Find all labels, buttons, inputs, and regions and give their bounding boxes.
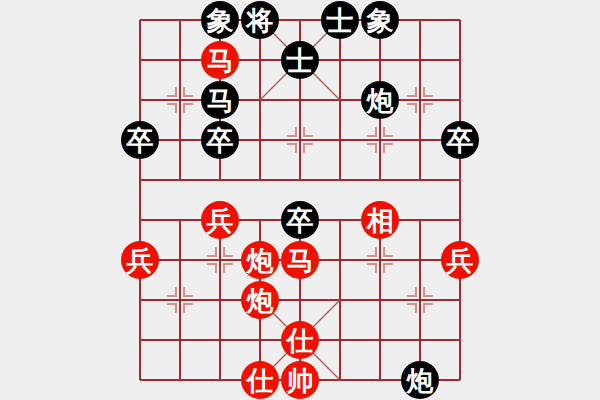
red-advisor-piece[interactable]: 仕 [281,321,319,359]
black-general-piece[interactable]: 将 [241,1,279,39]
black-elephant-piece[interactable]: 象 [361,1,399,39]
black-soldier-piece[interactable]: 卒 [121,121,159,159]
red-advisor-piece[interactable]: 仕 [241,361,279,399]
screenshot-root: { "game": "xiangqi", "board": { "files":… [0,0,600,400]
red-cannon-piece[interactable]: 炮 [241,281,279,319]
red-general-piece[interactable]: 帅 [281,361,319,399]
black-advisor-piece[interactable]: 士 [281,41,319,79]
black-elephant-piece[interactable]: 象 [201,1,239,39]
black-soldier-piece[interactable]: 卒 [281,201,319,239]
black-soldier-piece[interactable]: 卒 [201,121,239,159]
pieces-layer: 象将士象马士马炮卒卒卒兵卒相兵炮马兵炮仕仕帅炮 [120,0,480,400]
red-horse-piece[interactable]: 马 [281,241,319,279]
black-advisor-piece[interactable]: 士 [321,1,359,39]
xiangqi-board[interactable]: 象将士象马士马炮卒卒卒兵卒相兵炮马兵炮仕仕帅炮 [0,0,600,400]
red-horse-piece[interactable]: 马 [201,41,239,79]
red-soldier-piece[interactable]: 兵 [441,241,479,279]
black-cannon-piece[interactable]: 炮 [401,361,439,399]
red-soldier-piece[interactable]: 兵 [121,241,159,279]
black-cannon-piece[interactable]: 炮 [361,81,399,119]
black-soldier-piece[interactable]: 卒 [441,121,479,159]
red-elephant-piece[interactable]: 相 [361,201,399,239]
black-horse-piece[interactable]: 马 [201,81,239,119]
red-soldier-piece[interactable]: 兵 [201,201,239,239]
red-cannon-piece[interactable]: 炮 [241,241,279,279]
